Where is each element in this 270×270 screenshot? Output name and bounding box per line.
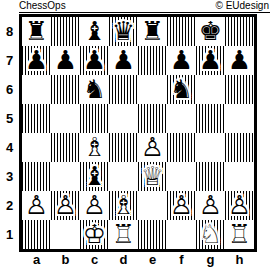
square-d2[interactable]: ♝♗ [109, 191, 138, 220]
square-h2[interactable]: ♟♙ [225, 191, 254, 220]
piece-black-knight: ♞ [80, 74, 109, 103]
piece-halo: ♝ [80, 132, 109, 161]
square-e4[interactable]: ♟♙ [138, 133, 167, 162]
piece-halo: ♜ [22, 16, 51, 45]
square-d5[interactable] [109, 104, 138, 133]
piece-black-rook: ♜ [138, 16, 167, 45]
piece-halo: ♝ [80, 161, 109, 190]
square-d4[interactable] [109, 133, 138, 162]
square-g1[interactable]: ♞♘ [196, 220, 225, 249]
square-b8[interactable] [51, 17, 80, 46]
rank-label-4: 4 [0, 133, 19, 162]
square-e3[interactable]: ♛♕ [138, 162, 167, 191]
square-h7[interactable]: ♟♟ [225, 46, 254, 75]
piece-halo: ♟ [167, 190, 196, 219]
piece-black-pawn: ♟ [196, 45, 225, 74]
square-a3[interactable] [22, 162, 51, 191]
rank-label-2: 2 [0, 191, 19, 220]
piece-black-knight: ♞ [167, 74, 196, 103]
square-f3[interactable] [167, 162, 196, 191]
piece-halo: ♟ [138, 132, 167, 161]
square-g6[interactable] [196, 75, 225, 104]
piece-white-pawn: ♙ [80, 190, 109, 219]
piece-black-king: ♚ [196, 16, 225, 45]
piece-white-pawn: ♙ [22, 190, 51, 219]
square-e1[interactable] [138, 220, 167, 249]
square-h3[interactable] [225, 162, 254, 191]
square-g7[interactable]: ♟♟ [196, 46, 225, 75]
piece-black-bishop: ♝ [80, 161, 109, 190]
piece-halo: ♜ [225, 219, 254, 248]
square-d8[interactable]: ♛♛ [109, 17, 138, 46]
rank-label-6: 6 [0, 75, 19, 104]
square-a2[interactable]: ♟♙ [22, 191, 51, 220]
square-e7[interactable] [138, 46, 167, 75]
piece-halo: ♝ [109, 190, 138, 219]
square-c5[interactable] [80, 104, 109, 133]
piece-halo: ♟ [196, 190, 225, 219]
piece-halo: ♟ [51, 190, 80, 219]
square-f2[interactable]: ♟♙ [167, 191, 196, 220]
piece-black-bishop: ♝ [80, 16, 109, 45]
piece-white-pawn: ♙ [51, 190, 80, 219]
square-b5[interactable] [51, 104, 80, 133]
piece-black-queen: ♛ [109, 16, 138, 45]
piece-halo: ♝ [80, 16, 109, 45]
piece-white-pawn: ♙ [196, 190, 225, 219]
piece-black-pawn: ♟ [80, 45, 109, 74]
square-h8[interactable] [225, 17, 254, 46]
rank-label-1: 1 [0, 220, 19, 249]
square-h5[interactable] [225, 104, 254, 133]
file-labels: abcdefgh [22, 252, 254, 268]
square-b4[interactable] [51, 133, 80, 162]
piece-halo: ♛ [109, 16, 138, 45]
square-f6[interactable]: ♞♞ [167, 75, 196, 104]
piece-white-knight: ♘ [196, 219, 225, 248]
piece-halo: ♟ [22, 190, 51, 219]
square-h6[interactable] [225, 75, 254, 104]
piece-black-rook: ♜ [22, 16, 51, 45]
square-d1[interactable]: ♜♖ [109, 220, 138, 249]
square-b3[interactable] [51, 162, 80, 191]
piece-halo: ♟ [225, 190, 254, 219]
piece-halo: ♟ [167, 45, 196, 74]
piece-black-pawn: ♟ [167, 45, 196, 74]
square-d6[interactable] [109, 75, 138, 104]
piece-halo: ♚ [196, 16, 225, 45]
square-f8[interactable] [167, 17, 196, 46]
square-b1[interactable] [51, 220, 80, 249]
square-e6[interactable] [138, 75, 167, 104]
piece-black-pawn: ♟ [22, 45, 51, 74]
square-b7[interactable]: ♟♟ [51, 46, 80, 75]
piece-halo: ♟ [109, 45, 138, 74]
board-grid: ♜♜♝♝♛♛♜♜♚♚♟♟♟♟♟♟♟♟♟♟♟♟♟♟♞♞♞♞♝♗♟♙♝♝♛♕♟♙♟♙… [19, 14, 257, 252]
square-c4[interactable]: ♝♗ [80, 133, 109, 162]
file-label-a: a [22, 252, 51, 268]
square-a5[interactable] [22, 104, 51, 133]
square-g2[interactable]: ♟♙ [196, 191, 225, 220]
piece-halo: ♟ [51, 45, 80, 74]
piece-halo: ♜ [138, 16, 167, 45]
square-h4[interactable] [225, 133, 254, 162]
piece-white-pawn: ♙ [167, 190, 196, 219]
square-f1[interactable] [167, 220, 196, 249]
square-c1[interactable]: ♚♔ [80, 220, 109, 249]
piece-halo: ♟ [80, 190, 109, 219]
piece-black-pawn: ♟ [225, 45, 254, 74]
piece-halo: ♟ [80, 45, 109, 74]
square-a7[interactable]: ♟♟ [22, 46, 51, 75]
square-f7[interactable]: ♟♟ [167, 46, 196, 75]
board-area: 87654321 ♜♜♝♝♛♛♜♜♚♚♟♟♟♟♟♟♟♟♟♟♟♟♟♟♞♞♞♞♝♗♟… [0, 14, 270, 252]
piece-halo: ♞ [167, 74, 196, 103]
rank-label-5: 5 [0, 104, 19, 133]
square-b2[interactable]: ♟♙ [51, 191, 80, 220]
square-a8[interactable]: ♜♜ [22, 17, 51, 46]
file-label-b: b [51, 252, 80, 268]
piece-halo: ♟ [22, 45, 51, 74]
square-a4[interactable] [22, 133, 51, 162]
chessops-screen: ChessOps © EUdesign 87654321 ♜♜♝♝♛♛♜♜♚♚♟… [0, 0, 270, 268]
piece-halo: ♞ [196, 219, 225, 248]
square-g3[interactable] [196, 162, 225, 191]
piece-white-pawn: ♙ [138, 132, 167, 161]
square-d3[interactable] [109, 162, 138, 191]
file-label-g: g [196, 252, 225, 268]
square-e2[interactable] [138, 191, 167, 220]
rank-label-3: 3 [0, 162, 19, 191]
square-f4[interactable] [167, 133, 196, 162]
piece-halo: ♞ [80, 74, 109, 103]
piece-black-pawn: ♟ [109, 45, 138, 74]
file-label-h: h [225, 252, 254, 268]
piece-white-bishop: ♗ [109, 190, 138, 219]
square-a6[interactable] [22, 75, 51, 104]
piece-white-king: ♔ [80, 219, 109, 248]
piece-halo: ♜ [109, 219, 138, 248]
credit: © EUdesign [215, 0, 269, 12]
piece-white-bishop: ♗ [80, 132, 109, 161]
square-a1[interactable] [22, 220, 51, 249]
piece-black-pawn: ♟ [51, 45, 80, 74]
square-h1[interactable]: ♜♖ [225, 220, 254, 249]
piece-white-rook: ♖ [109, 219, 138, 248]
square-g5[interactable] [196, 104, 225, 133]
file-label-f: f [167, 252, 196, 268]
square-c3[interactable]: ♝♝ [80, 162, 109, 191]
rank-label-8: 8 [0, 17, 19, 46]
piece-halo: ♟ [225, 45, 254, 74]
piece-halo: ♛ [138, 161, 167, 190]
square-e5[interactable] [138, 104, 167, 133]
square-b6[interactable] [51, 75, 80, 104]
piece-white-rook: ♖ [225, 219, 254, 248]
square-c2[interactable]: ♟♙ [80, 191, 109, 220]
file-label-d: d [109, 252, 138, 268]
piece-white-queen: ♕ [138, 161, 167, 190]
file-label-c: c [80, 252, 109, 268]
file-label-e: e [138, 252, 167, 268]
square-c7[interactable]: ♟♟ [80, 46, 109, 75]
piece-halo: ♟ [196, 45, 225, 74]
square-f5[interactable] [167, 104, 196, 133]
app-title: ChessOps [19, 0, 66, 12]
square-g4[interactable] [196, 133, 225, 162]
piece-halo: ♚ [80, 219, 109, 248]
square-d7[interactable]: ♟♟ [109, 46, 138, 75]
square-g8[interactable]: ♚♚ [196, 17, 225, 46]
square-c8[interactable]: ♝♝ [80, 17, 109, 46]
rank-label-7: 7 [0, 46, 19, 75]
square-e8[interactable]: ♜♜ [138, 17, 167, 46]
piece-white-pawn: ♙ [225, 190, 254, 219]
header: ChessOps © EUdesign [19, 0, 270, 13]
square-c6[interactable]: ♞♞ [80, 75, 109, 104]
rank-labels: 87654321 [0, 14, 19, 252]
